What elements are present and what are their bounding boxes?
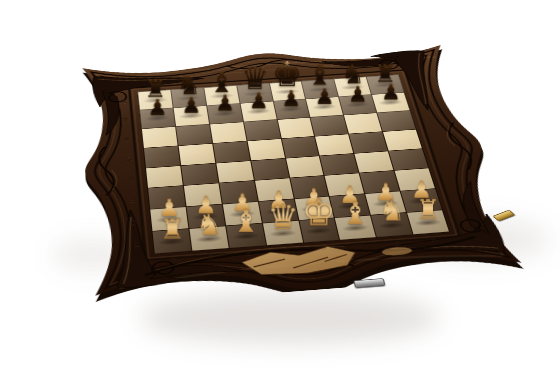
rank-label: 6 — [117, 129, 137, 150]
rank-label: 8 — [114, 92, 133, 111]
chess-board: 87654321 abcdefgh ♜♞♝♛♚♝♞♜♟♟♟♟♟♟♟♟♟♟♟♟♟♟… — [69, 37, 540, 309]
square-g7: ♟ — [339, 95, 376, 115]
black-pawn: ♟ — [381, 81, 401, 103]
rank-label: 1 — [126, 232, 147, 256]
square-b4 — [181, 163, 218, 185]
rank-label: 7 — [116, 110, 135, 130]
black-pawn: ♟ — [148, 97, 168, 119]
square-d1: ♛ — [263, 221, 303, 245]
white-bishop: ♝ — [342, 197, 370, 229]
white-rook: ♜ — [416, 196, 441, 223]
black-pawn: ♟ — [315, 86, 335, 108]
rank-label: 3 — [122, 189, 143, 212]
white-knight: ♞ — [196, 210, 223, 240]
white-rook: ♜ — [159, 215, 184, 243]
black-pawn: ♟ — [181, 95, 201, 117]
photo-stage: 87654321 abcdefgh ♜♞♝♛♚♝♞♜♟♟♟♟♟♟♟♟♟♟♟♟♟♟… — [0, 0, 560, 372]
square-e4 — [286, 156, 324, 178]
white-bishop: ♝ — [232, 205, 261, 237]
rank-label: 4 — [121, 168, 141, 190]
square-f4 — [320, 153, 359, 175]
board-grid: ♜♞♝♛♚♝♞♜♟♟♟♟♟♟♟♟♟♟♟♟♟♟♟♟♜♞♝♛♚♝♞♜ — [137, 74, 450, 254]
black-pawn: ♟ — [215, 93, 235, 115]
white-king: ♚ — [302, 193, 336, 231]
black-pawn: ♟ — [248, 90, 268, 112]
square-b1: ♞ — [189, 226, 228, 251]
square-e1: ♚ — [299, 218, 339, 242]
steel-clasp — [353, 278, 385, 288]
square-c4 — [216, 161, 253, 183]
rank-label: 5 — [119, 148, 139, 169]
rank-label: 2 — [124, 210, 145, 233]
black-pawn: ♟ — [348, 84, 368, 106]
square-h7: ♟ — [372, 93, 409, 113]
square-h1: ♜ — [407, 210, 449, 234]
square-d7: ♟ — [240, 101, 276, 121]
white-queen: ♛ — [267, 199, 298, 234]
square-e7: ♟ — [273, 99, 309, 119]
black-pawn: ♟ — [282, 88, 302, 110]
white-knight: ♞ — [379, 197, 405, 227]
